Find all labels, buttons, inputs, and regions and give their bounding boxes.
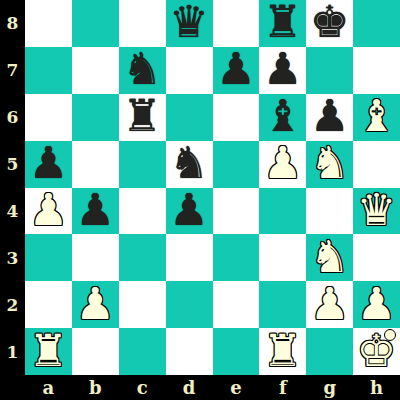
square-d7[interactable] [166, 47, 213, 94]
black-king-g8[interactable]: ♚ [310, 0, 349, 45]
square-e5[interactable] [213, 141, 260, 188]
board[interactable]: ♛♜♚♞♟♟♜♝♟♝♟♞♟♞♟♟♟♛♞♟♟♟♜♜♚ [25, 0, 400, 375]
square-a1[interactable]: ♜ [25, 328, 72, 375]
black-pawn-e7[interactable]: ♟ [216, 47, 255, 92]
black-bishop-f6[interactable]: ♝ [263, 94, 302, 139]
rank-label-4: 4 [0, 188, 25, 235]
square-h4[interactable]: ♛ [353, 188, 400, 235]
square-c5[interactable] [119, 141, 166, 188]
square-a5[interactable]: ♟ [25, 141, 72, 188]
black-queen-d8[interactable]: ♛ [169, 0, 208, 45]
white-pawn-a4[interactable]: ♟ [29, 188, 68, 233]
black-pawn-b4[interactable]: ♟ [76, 188, 115, 233]
black-pawn-a5[interactable]: ♟ [29, 141, 68, 186]
rank-label-2: 2 [0, 281, 25, 328]
black-rook-f8[interactable]: ♜ [263, 0, 302, 45]
square-c8[interactable] [119, 0, 166, 47]
square-b1[interactable] [72, 328, 119, 375]
white-to-move-indicator [384, 329, 396, 341]
white-queen-h4[interactable]: ♛ [357, 188, 396, 233]
square-e4[interactable] [213, 188, 260, 235]
square-g8[interactable]: ♚ [306, 0, 353, 47]
black-pawn-f7[interactable]: ♟ [263, 47, 302, 92]
square-b3[interactable] [72, 234, 119, 281]
square-d4[interactable]: ♟ [166, 188, 213, 235]
square-h5[interactable] [353, 141, 400, 188]
square-c6[interactable]: ♜ [119, 94, 166, 141]
white-knight-g5[interactable]: ♞ [310, 141, 349, 186]
square-a6[interactable] [25, 94, 72, 141]
black-pawn-d4[interactable]: ♟ [169, 188, 208, 233]
square-e2[interactable] [213, 281, 260, 328]
square-g1[interactable] [306, 328, 353, 375]
square-f6[interactable]: ♝ [259, 94, 306, 141]
square-d5[interactable]: ♞ [166, 141, 213, 188]
file-labels: abcdefgh [25, 375, 400, 400]
file-label-a: a [25, 375, 72, 400]
square-a4[interactable]: ♟ [25, 188, 72, 235]
square-a7[interactable] [25, 47, 72, 94]
white-rook-f1[interactable]: ♜ [263, 328, 302, 373]
square-g7[interactable] [306, 47, 353, 94]
white-pawn-g2[interactable]: ♟ [310, 281, 349, 326]
rank-label-5: 5 [0, 141, 25, 188]
rank-label-3: 3 [0, 234, 25, 281]
square-h2[interactable]: ♟ [353, 281, 400, 328]
white-pawn-b2[interactable]: ♟ [76, 281, 115, 326]
rank-label-1: 1 [0, 328, 25, 375]
rank-label-8: 8 [0, 0, 25, 47]
square-b2[interactable]: ♟ [72, 281, 119, 328]
square-d3[interactable] [166, 234, 213, 281]
square-d6[interactable] [166, 94, 213, 141]
square-e3[interactable] [213, 234, 260, 281]
square-h7[interactable] [353, 47, 400, 94]
file-label-f: f [259, 375, 306, 400]
square-c3[interactable] [119, 234, 166, 281]
square-c1[interactable] [119, 328, 166, 375]
square-g2[interactable]: ♟ [306, 281, 353, 328]
white-pawn-f5[interactable]: ♟ [263, 141, 302, 186]
square-h3[interactable] [353, 234, 400, 281]
rank-label-7: 7 [0, 47, 25, 94]
square-d2[interactable] [166, 281, 213, 328]
square-e8[interactable] [213, 0, 260, 47]
square-f2[interactable] [259, 281, 306, 328]
file-label-b: b [72, 375, 119, 400]
black-rook-c6[interactable]: ♜ [122, 94, 161, 139]
square-f4[interactable] [259, 188, 306, 235]
square-e1[interactable] [213, 328, 260, 375]
file-label-d: d [166, 375, 213, 400]
square-b6[interactable] [72, 94, 119, 141]
square-c2[interactable] [119, 281, 166, 328]
square-g3[interactable]: ♞ [306, 234, 353, 281]
rank-labels: 87654321 [0, 0, 25, 375]
square-f8[interactable]: ♜ [259, 0, 306, 47]
square-e6[interactable] [213, 94, 260, 141]
square-f7[interactable]: ♟ [259, 47, 306, 94]
square-f3[interactable] [259, 234, 306, 281]
square-h6[interactable]: ♝ [353, 94, 400, 141]
square-a2[interactable] [25, 281, 72, 328]
file-label-h: h [353, 375, 400, 400]
white-bishop-h6[interactable]: ♝ [357, 94, 396, 139]
chess-board-diagram: 87654321 ♛♜♚♞♟♟♜♝♟♝♟♞♟♞♟♟♟♛♞♟♟♟♜♜♚ abcde… [0, 0, 400, 400]
square-g4[interactable] [306, 188, 353, 235]
white-pawn-h2[interactable]: ♟ [357, 281, 396, 326]
white-rook-a1[interactable]: ♜ [29, 328, 68, 373]
square-e7[interactable]: ♟ [213, 47, 260, 94]
square-c4[interactable] [119, 188, 166, 235]
square-g6[interactable]: ♟ [306, 94, 353, 141]
square-d8[interactable]: ♛ [166, 0, 213, 47]
square-b7[interactable] [72, 47, 119, 94]
square-f1[interactable]: ♜ [259, 328, 306, 375]
square-b4[interactable]: ♟ [72, 188, 119, 235]
rank-label-6: 6 [0, 94, 25, 141]
white-knight-g3[interactable]: ♞ [310, 234, 349, 279]
square-b5[interactable] [72, 141, 119, 188]
square-a8[interactable] [25, 0, 72, 47]
square-c7[interactable]: ♞ [119, 47, 166, 94]
square-b8[interactable] [72, 0, 119, 47]
square-d1[interactable] [166, 328, 213, 375]
file-label-e: e [213, 375, 260, 400]
black-knight-c7[interactable]: ♞ [122, 47, 161, 92]
square-f5[interactable]: ♟ [259, 141, 306, 188]
black-pawn-g6[interactable]: ♟ [310, 94, 349, 139]
file-label-g: g [306, 375, 353, 400]
file-label-c: c [119, 375, 166, 400]
square-g5[interactable]: ♞ [306, 141, 353, 188]
black-knight-d5[interactable]: ♞ [169, 141, 208, 186]
square-a3[interactable] [25, 234, 72, 281]
square-h8[interactable] [353, 0, 400, 47]
